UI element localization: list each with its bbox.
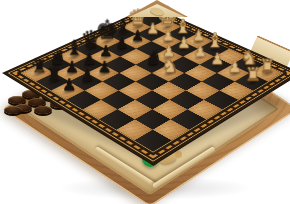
white-pawn-g3[interactable]: ♟ bbox=[210, 52, 224, 68]
black-knight-e5[interactable]: ♞ bbox=[144, 48, 162, 68]
black-pawn-b6[interactable]: ♟ bbox=[80, 68, 95, 84]
white-rook-h1[interactable]: ♜ bbox=[259, 58, 275, 76]
black-pawn-e7[interactable]: ♟ bbox=[115, 36, 129, 51]
black-pawn-b7[interactable]: ♟ bbox=[65, 60, 79, 76]
board-grid: ♜♞♝♛♚♝♛♜♟♟♟♟♟♟♚♟♟♟♟♝♞♟♟♟♞♟♝♟♟♞♜♜ bbox=[22, 13, 282, 151]
black-pawn-c6[interactable]: ♟ bbox=[97, 60, 111, 76]
square-e4[interactable]: ♞ bbox=[152, 65, 185, 82]
chess-set-photo: ♜♞♝♛♚♝♛♜♟♟♟♟♟♟♚♟♟♟♟♝♞♟♟♟♞♟♝♟♟♞♜♜ bbox=[0, 0, 290, 204]
black-pawn-f7[interactable]: ♟ bbox=[131, 29, 144, 44]
black-bishop-c8[interactable]: ♝ bbox=[65, 39, 83, 59]
white-rook-g1[interactable]: ♜ bbox=[245, 66, 261, 84]
black-rook-a7[interactable]: ♜ bbox=[46, 66, 62, 84]
white-pawn-g5[interactable]: ♟ bbox=[177, 36, 191, 51]
white-pawn-g2[interactable]: ♟ bbox=[228, 60, 242, 76]
white-pawn-g7[interactable]: ♟ bbox=[146, 22, 159, 37]
black-rook-a8[interactable]: ♜ bbox=[31, 58, 47, 76]
chess-board: ♜♞♝♛♚♝♛♜♟♟♟♟♟♟♚♟♟♟♟♝♞♟♟♟♞♟♝♟♟♞♜♜ bbox=[4, 6, 290, 165]
black-pawn-a6[interactable]: ♟ bbox=[62, 77, 77, 94]
white-knight-e4[interactable]: ♞ bbox=[161, 56, 179, 76]
board-scene: ♜♞♝♛♚♝♛♜♟♟♟♟♟♟♚♟♟♟♟♝♞♟♟♟♞♟♝♟♟♞♜♜ bbox=[0, 0, 290, 204]
white-pawn-g4[interactable]: ♟ bbox=[193, 44, 207, 59]
